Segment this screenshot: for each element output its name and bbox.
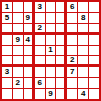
cell-r2c2[interactable] [13,13,23,23]
cell-r7c1[interactable]: 3 [2,67,12,77]
cell-r4c1[interactable] [2,35,12,45]
cell-r3c7[interactable] [67,24,77,34]
cell-r9c5[interactable]: 9 [46,89,56,99]
cell-r5c5[interactable]: 1 [46,46,56,56]
cell-r3c2[interactable] [13,24,23,34]
cell-r1c9[interactable] [89,2,99,12]
cell-r4c3[interactable]: 4 [24,35,34,45]
cell-r4c4[interactable] [35,35,45,45]
cell-r4c6[interactable] [56,35,66,45]
cell-r1c8[interactable] [78,2,88,12]
cell-r1c1[interactable]: 1 [2,2,12,12]
cell-r8c3[interactable] [24,78,34,88]
cell-r6c6[interactable] [56,56,66,66]
cell-r7c2[interactable] [13,67,23,77]
cell-r5c1[interactable] [2,46,12,56]
cell-r7c3[interactable] [24,67,34,77]
cell-r2c7[interactable] [67,13,77,23]
cell-r8c7[interactable] [67,78,77,88]
cell-r2c1[interactable]: 5 [2,13,12,23]
cell-r9c3[interactable] [24,89,34,99]
cell-r8c5[interactable] [46,78,56,88]
cell-r3c9[interactable] [89,24,99,34]
cell-r5c9[interactable] [89,46,99,56]
cell-r2c9[interactable] [89,13,99,23]
cell-r4c8[interactable] [78,35,88,45]
cell-r3c5[interactable] [46,24,56,34]
cell-r8c4[interactable]: 6 [35,78,45,88]
cell-r1c5[interactable] [46,2,56,12]
cell-r8c9[interactable] [89,78,99,88]
cell-r1c7[interactable]: 6 [67,2,77,12]
cell-r2c3[interactable]: 9 [24,13,34,23]
cell-r5c8[interactable] [78,46,88,56]
cell-r6c8[interactable] [78,56,88,66]
cell-r7c6[interactable] [56,67,66,77]
cell-r3c6[interactable] [56,24,66,34]
cell-r3c4[interactable]: 2 [35,24,45,34]
cell-r6c1[interactable] [2,56,12,66]
cell-r1c2[interactable] [13,2,23,12]
cell-r9c8[interactable]: 4 [78,89,88,99]
cell-r4c7[interactable] [67,35,77,45]
cell-r7c5[interactable] [46,67,56,77]
cell-r3c3[interactable] [24,24,34,34]
cell-r9c4[interactable] [35,89,45,99]
cell-r6c9[interactable] [89,56,99,66]
cell-r8c6[interactable] [56,78,66,88]
cell-r7c9[interactable] [89,67,99,77]
cell-r7c7[interactable]: 7 [67,67,77,77]
cell-r4c9[interactable] [89,35,99,45]
cell-r8c2[interactable]: 2 [13,78,23,88]
cell-r7c8[interactable] [78,67,88,77]
cell-r9c6[interactable] [56,89,66,99]
cell-r1c6[interactable] [56,2,66,12]
cell-r1c3[interactable] [24,2,34,12]
cell-r4c5[interactable] [46,35,56,45]
cell-r5c3[interactable] [24,46,34,56]
cell-r6c4[interactable] [35,56,45,66]
cell-r5c6[interactable] [56,46,66,56]
cell-r5c7[interactable] [67,46,77,56]
cell-r5c2[interactable] [13,46,23,56]
cell-r8c1[interactable] [2,78,12,88]
cell-r2c4[interactable] [35,13,45,23]
cell-r9c9[interactable] [89,89,99,99]
cell-r6c5[interactable] [46,56,56,66]
cell-r6c3[interactable] [24,56,34,66]
cell-r2c8[interactable]: 8 [78,13,88,23]
cell-r9c7[interactable] [67,89,77,99]
cell-r8c8[interactable] [78,78,88,88]
cell-r6c2[interactable] [13,56,23,66]
cell-r9c2[interactable] [13,89,23,99]
cell-r5c4[interactable] [35,46,45,56]
cell-r9c1[interactable] [2,89,12,99]
cell-r2c6[interactable] [56,13,66,23]
cell-r3c8[interactable] [78,24,88,34]
sudoku-board: 13659829412372694 [0,0,101,101]
cell-r4c2[interactable]: 9 [13,35,23,45]
cell-r7c4[interactable] [35,67,45,77]
cell-r2c5[interactable] [46,13,56,23]
cell-r6c7[interactable]: 2 [67,56,77,66]
cell-r1c4[interactable]: 3 [35,2,45,12]
cell-r3c1[interactable] [2,24,12,34]
